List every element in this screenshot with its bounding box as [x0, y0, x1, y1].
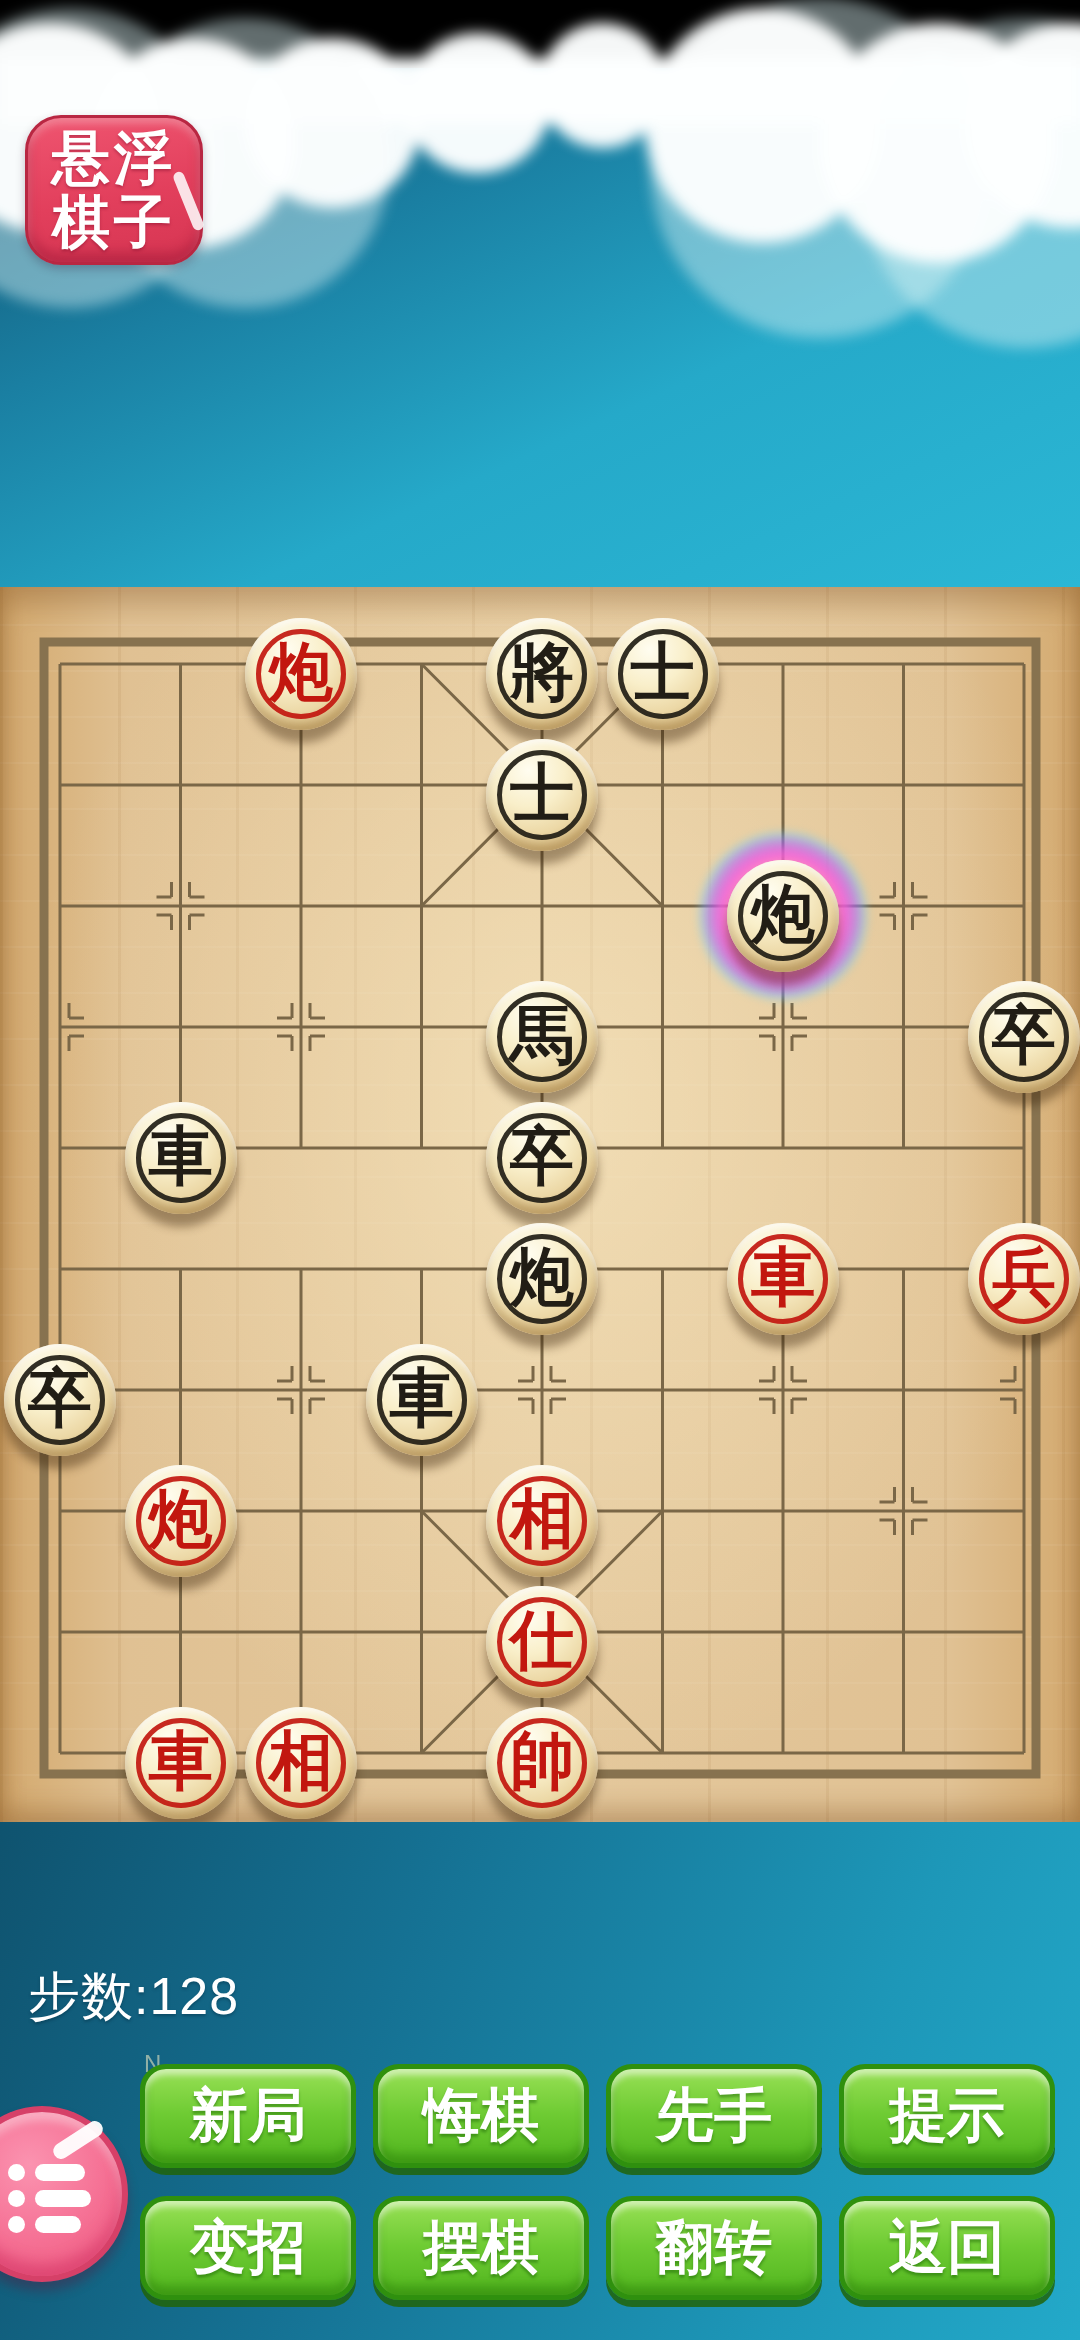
new-game-label: 新局	[190, 2077, 306, 2155]
back-label: 返回	[889, 2209, 1005, 2287]
piece-glyph: 士	[607, 616, 719, 728]
piece-black-卒[interactable]: 卒	[968, 981, 1080, 1093]
piece-black-車[interactable]: 車	[125, 1102, 237, 1214]
piece-glyph: 車	[727, 1221, 839, 1333]
piece-glyph: 將	[486, 616, 598, 728]
flip-board-button[interactable]: 翻转	[606, 2196, 822, 2300]
piece-glyph: 車	[125, 1705, 237, 1817]
piece-red-相[interactable]: 相	[245, 1707, 357, 1819]
xiangqi-board[interactable]: 炮將士士炮馬卒車卒炮車兵卒車炮相仕車相帥	[0, 587, 1080, 1822]
piece-red-車[interactable]: 車	[125, 1707, 237, 1819]
piece-black-將[interactable]: 將	[486, 618, 598, 730]
piece-black-士[interactable]: 士	[486, 739, 598, 851]
badge-shine	[172, 170, 205, 232]
piece-red-仕[interactable]: 仕	[486, 1586, 598, 1698]
app-screen: 悬浮 棋子 炮將士士炮馬卒車卒炮車兵卒車炮相仕車相帥 步数:128 N 新局 悔…	[0, 0, 1080, 2340]
list-icon	[8, 2164, 91, 2233]
piece-black-卒[interactable]: 卒	[4, 1344, 116, 1456]
piece-black-車[interactable]: 車	[366, 1344, 478, 1456]
piece-glyph: 兵	[968, 1221, 1080, 1333]
piece-glyph: 卒	[486, 1100, 598, 1212]
piece-glyph: 相	[245, 1705, 357, 1817]
piece-glyph: 士	[486, 737, 598, 849]
setup-board-label: 摆棋	[423, 2209, 539, 2287]
piece-glyph: 卒	[968, 979, 1080, 1091]
undo-label: 悔棋	[423, 2077, 539, 2155]
hint-label: 提示	[889, 2077, 1005, 2155]
piece-glyph: 卒	[4, 1342, 116, 1454]
bottom-panel: 步数:128 N 新局 悔棋 先手 提示 变招 摆棋 翻转 返回	[0, 1822, 1080, 2340]
piece-red-相[interactable]: 相	[486, 1465, 598, 1577]
new-game-button[interactable]: 新局	[140, 2064, 356, 2168]
badge-text-line1: 悬浮	[52, 126, 176, 190]
back-button[interactable]: 返回	[839, 2196, 1055, 2300]
piece-red-兵[interactable]: 兵	[968, 1223, 1080, 1335]
sky-background: 悬浮 棋子	[0, 68, 1080, 587]
badge-text-line2: 棋子	[52, 190, 176, 254]
floating-pieces-badge[interactable]: 悬浮 棋子	[25, 115, 203, 265]
move-first-label: 先手	[656, 2077, 772, 2155]
flip-board-label: 翻转	[656, 2209, 772, 2287]
move-counter: 步数:128	[28, 1962, 239, 2032]
piece-black-卒[interactable]: 卒	[486, 1102, 598, 1214]
piece-red-炮[interactable]: 炮	[245, 618, 357, 730]
move-first-button[interactable]: 先手	[606, 2064, 822, 2168]
piece-glyph: 馬	[486, 979, 598, 1091]
menu-button-shine	[50, 2118, 106, 2162]
change-move-button[interactable]: 变招	[140, 2196, 356, 2300]
piece-glyph: 炮	[245, 616, 357, 728]
piece-glyph: 車	[366, 1342, 478, 1454]
piece-black-馬[interactable]: 馬	[486, 981, 598, 1093]
piece-glyph: 帥	[486, 1705, 598, 1817]
piece-glyph: 仕	[486, 1584, 598, 1696]
piece-glyph: 炮	[486, 1221, 598, 1333]
piece-glyph: 炮	[727, 858, 839, 970]
piece-glyph: 相	[486, 1463, 598, 1575]
piece-glyph: 車	[125, 1100, 237, 1212]
piece-red-炮[interactable]: 炮	[125, 1465, 237, 1577]
piece-red-車[interactable]: 車	[727, 1223, 839, 1335]
hint-button[interactable]: 提示	[839, 2064, 1055, 2168]
setup-board-button[interactable]: 摆棋	[373, 2196, 589, 2300]
piece-black-士[interactable]: 士	[607, 618, 719, 730]
menu-button[interactable]	[0, 2106, 128, 2282]
piece-black-炮[interactable]: 炮	[486, 1223, 598, 1335]
piece-red-帥[interactable]: 帥	[486, 1707, 598, 1819]
undo-button[interactable]: 悔棋	[373, 2064, 589, 2168]
piece-glyph: 炮	[125, 1463, 237, 1575]
piece-black-炮[interactable]: 炮	[727, 860, 839, 972]
change-move-label: 变招	[190, 2209, 306, 2287]
